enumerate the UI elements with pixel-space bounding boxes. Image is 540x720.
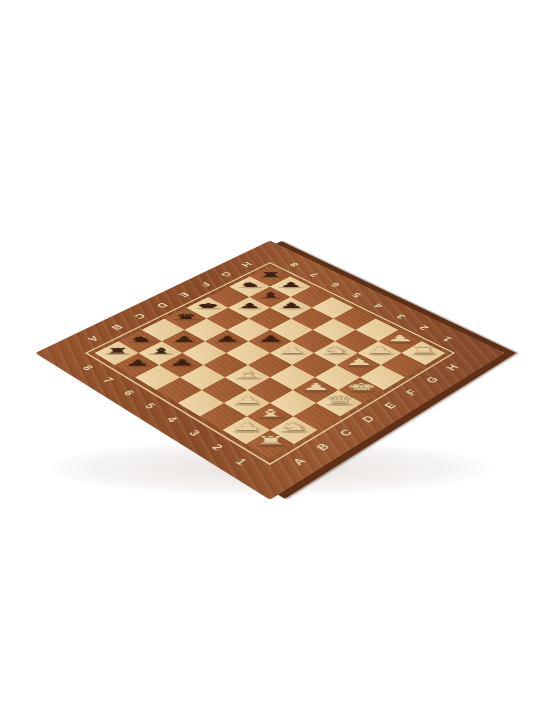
square-a2: ♟ — [223, 416, 270, 444]
piece-shadow — [237, 308, 262, 310]
black-pawn-a7: ♟ — [124, 359, 150, 367]
piece-shadow — [411, 354, 437, 356]
white-king-e1: ♚ — [345, 382, 377, 392]
chess-board-frame: ♜♞♛♚♞♜♟♝♟♟♝♟♟♟♟♟♝♟♟♞♟♝♟♟♟♟♜♞♛♚♜ AA11BB22… — [35, 241, 505, 500]
black-rook-h8: ♜ — [259, 271, 280, 277]
board-scene: ♜♞♛♚♞♜♟♝♟♟♝♟♟♟♟♟♝♟♟♞♟♝♟♟♟♟♜♞♛♚♜ AA11BB22… — [0, 0, 540, 720]
piece-shadow — [256, 445, 285, 447]
file-label-near-D: D — [353, 410, 383, 428]
square-d2: ♟ — [293, 377, 339, 403]
piece-shadow — [258, 297, 283, 299]
square-c5 — [203, 353, 247, 377]
white-pawn-h2: ♟ — [385, 334, 415, 343]
file-label-far-B: B — [103, 321, 131, 336]
black-pawn-d6: ♟ — [214, 335, 239, 343]
piece-shadow — [279, 353, 305, 355]
piece-shadow — [280, 431, 308, 433]
piece-shadow — [173, 319, 198, 321]
square-b5 — [180, 365, 225, 390]
black-pawn-c7: ♟ — [171, 335, 196, 343]
square-c1 — [293, 403, 340, 430]
piece-shadow — [234, 378, 261, 380]
piece-shadow — [258, 276, 282, 278]
black-queen-d8: ♛ — [174, 313, 197, 320]
piece-shadow — [302, 391, 329, 393]
square-a5 — [156, 377, 202, 403]
square-a6 — [135, 365, 180, 390]
white-pawn-b3: ♟ — [232, 395, 262, 405]
black-bishop-g7: ♝ — [259, 292, 282, 299]
square-f2: ♟ — [337, 353, 381, 377]
chess-board-field: ♜♞♛♚♞♜♟♝♟♟♝♟♟♟♟♟♝♟♟♞♟♝♟♟♟♟♜♞♛♚♜ — [95, 266, 446, 458]
rank-label-far-3: 3 — [387, 310, 414, 324]
file-label-far-F: F — [192, 278, 218, 291]
white-pawn-a2: ♟ — [230, 421, 262, 432]
square-a4 — [178, 390, 224, 416]
square-f1 — [360, 365, 405, 390]
square-e1: ♚ — [338, 377, 384, 403]
rank-label-near-6: 6 — [114, 384, 143, 401]
piece-shadow — [168, 365, 195, 367]
file-label-near-H: H — [438, 359, 467, 375]
white-pawn-e4: ♟ — [278, 346, 305, 355]
white-rook-h1: ♜ — [407, 345, 439, 355]
black-pawn-b6: ♟ — [168, 358, 194, 366]
rank-label-near-4: 4 — [157, 410, 187, 428]
white-queen-d1: ♛ — [323, 395, 355, 406]
piece-shadow — [195, 308, 220, 310]
square-a7: ♟ — [115, 353, 159, 377]
square-d3 — [270, 365, 315, 390]
rank-label-far-2: 2 — [409, 321, 437, 336]
piece-shadow — [147, 353, 173, 355]
square-e2 — [315, 365, 360, 390]
white-rook-a1: ♜ — [253, 435, 286, 447]
file-label-far-A: A — [79, 332, 107, 347]
rank-label-far-7: 7 — [301, 268, 327, 281]
rank-label-far-1: 1 — [433, 332, 461, 347]
black-pawn-g6: ♟ — [279, 302, 303, 309]
black-king-e8: ♚ — [196, 302, 219, 309]
piece-shadow — [237, 287, 261, 289]
square-b6: ♟ — [159, 353, 203, 377]
square-b4 — [202, 377, 248, 403]
rank-label-near-8: 8 — [74, 359, 103, 375]
rank-label-far-6: 6 — [322, 278, 348, 291]
file-label-far-C: C — [126, 310, 153, 324]
black-pawn-e5: ♟ — [257, 335, 283, 343]
piece-shadow — [348, 391, 375, 393]
rank-label-far-5: 5 — [343, 288, 370, 302]
black-pawn-f7: ♟ — [237, 302, 260, 309]
square-b1: ♞ — [270, 416, 317, 444]
white-knight-b1: ♞ — [277, 421, 310, 432]
rank-label-near-1: 1 — [226, 452, 257, 471]
black-bishop-b7: ♝ — [148, 347, 173, 355]
square-c4: ♝ — [225, 365, 270, 390]
square-a1: ♜ — [246, 430, 294, 459]
black-knight-b8: ♞ — [128, 335, 152, 342]
piece-shadow — [346, 365, 373, 367]
rank-label-far-4: 4 — [364, 299, 391, 313]
piece-shadow — [323, 353, 349, 355]
file-label-far-H: H — [234, 258, 260, 271]
square-b3: ♟ — [224, 390, 270, 416]
file-label-near-E: E — [375, 397, 405, 414]
square-a3 — [200, 403, 247, 430]
piece-shadow — [279, 308, 304, 310]
piece-shadow — [257, 342, 283, 344]
file-label-near-F: F — [396, 384, 425, 401]
rank-label-near-5: 5 — [135, 397, 165, 414]
piece-shadow — [170, 341, 196, 343]
rank-label-near-2: 2 — [202, 437, 233, 455]
white-pawn-d2: ♟ — [300, 382, 331, 392]
piece-shadow — [232, 431, 260, 433]
file-label-far-D: D — [149, 299, 176, 313]
file-label-near-C: C — [330, 424, 361, 442]
piece-shadow — [233, 403, 260, 405]
rank-label-far-8: 8 — [281, 258, 307, 271]
piece-shadow — [256, 417, 284, 419]
rank-label-near-7: 7 — [94, 372, 123, 388]
white-bishop-c4: ♝ — [233, 370, 261, 379]
black-pawn-h7: ♟ — [279, 281, 302, 288]
file-label-near-B: B — [307, 437, 338, 455]
white-bishop-b2: ♝ — [254, 408, 285, 419]
square-g1 — [381, 353, 425, 377]
piece-shadow — [214, 341, 240, 343]
rank-label-near-3: 3 — [179, 424, 210, 442]
piece-shadow — [367, 353, 393, 355]
square-c2 — [270, 390, 316, 416]
white-pawn-f2: ♟ — [343, 357, 373, 367]
file-label-near-A: A — [283, 452, 314, 471]
piece-shadow — [326, 404, 354, 406]
piece-shadow — [103, 353, 129, 355]
file-label-far-E: E — [171, 288, 198, 302]
file-label-far-G: G — [213, 268, 239, 281]
square-d1: ♛ — [316, 390, 362, 416]
square-e3 — [292, 353, 336, 377]
product-photo-page: ♜♞♛♚♞♜♟♝♟♟♝♟♟♟♟♟♝♟♟♞♟♝♟♟♟♟♜♞♛♚♜ AA11BB22… — [0, 0, 540, 720]
black-rook-a8: ♜ — [105, 347, 129, 354]
file-label-near-G: G — [417, 372, 446, 388]
black-knight-g8: ♞ — [239, 281, 261, 287]
piece-shadow — [127, 341, 153, 343]
piece-shadow — [278, 287, 302, 289]
piece-shadow — [387, 342, 413, 344]
square-b2: ♝ — [247, 403, 294, 430]
square-c3 — [247, 377, 293, 403]
piece-shadow — [123, 365, 150, 367]
square-d4 — [248, 353, 292, 377]
